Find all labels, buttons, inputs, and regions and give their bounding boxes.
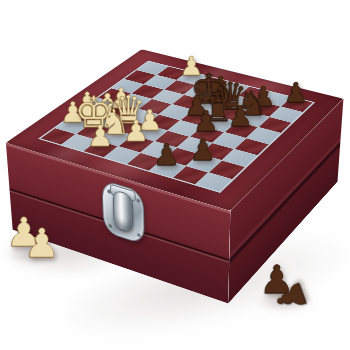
square-f4 [190, 126, 223, 142]
chess-box [5, 49, 343, 211]
square-d2 [119, 136, 153, 153]
square-g3 [199, 143, 233, 160]
square-b1 [61, 134, 96, 151]
square-h3 [222, 149, 256, 166]
square-a1 [40, 128, 74, 144]
square-a2 [55, 118, 89, 134]
square-c2 [97, 129, 131, 145]
square-d1 [104, 147, 139, 164]
square-d3 [133, 125, 167, 141]
square-b2 [76, 124, 110, 140]
loose-piece-white-pawn-2: ♟ [24, 223, 60, 263]
square-g1 [172, 166, 208, 184]
square-h2 [209, 161, 244, 179]
clasp-latch [101, 179, 144, 245]
square-c1 [83, 140, 118, 157]
square-e1 [126, 153, 161, 171]
square-f3 [177, 137, 211, 154]
square-e3 [154, 131, 188, 147]
square-e4 [168, 120, 201, 136]
square-f2 [163, 148, 198, 165]
product-photo-scene: ♟♟♟♟♚♛♞♟♜♟♟♟♟♝♛♟♟♚♞♟♟♟♟ ♟ ♟ ♟ ♟ [0, 0, 350, 350]
square-g2 [186, 154, 221, 172]
square-g5 [224, 122, 257, 138]
square-e2 [141, 142, 175, 159]
square-f1 [149, 159, 184, 177]
square-h1 [196, 173, 232, 192]
square-g4 [212, 132, 245, 148]
square-h5 [247, 128, 280, 144]
square-c3 [111, 119, 144, 135]
square-h4 [235, 138, 269, 155]
